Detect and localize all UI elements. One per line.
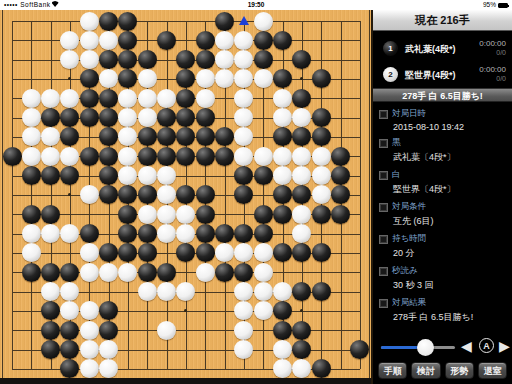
stone-black [60, 127, 79, 146]
info-value: 堅世界〔4段*〕 [373, 182, 512, 198]
stone-black [215, 263, 234, 282]
stone-black [292, 243, 311, 262]
stone-white [60, 50, 79, 69]
stone-black [273, 301, 292, 320]
stone-white [254, 12, 273, 31]
stone-white [80, 12, 99, 31]
info-label-row: 秒読み [373, 262, 512, 278]
stone-white [80, 321, 99, 340]
stone-black [138, 50, 157, 69]
stone-white [22, 127, 41, 146]
stone-white [118, 108, 137, 127]
stone-white [60, 31, 79, 50]
stone-black [138, 243, 157, 262]
stone-black [99, 50, 118, 69]
stone-white [22, 243, 41, 262]
stone-black [118, 50, 137, 69]
stone-white [215, 50, 234, 69]
stone-white [234, 340, 253, 359]
go-app-window: ••••• SoftBank 19:50 95% 現在 216手 1 武礼葉(4… [0, 0, 512, 384]
stone-black [80, 69, 99, 88]
stone-white [80, 185, 99, 204]
stone-white [312, 166, 331, 185]
stone-black [292, 282, 311, 301]
stone-white [196, 89, 215, 108]
stone-black [215, 147, 234, 166]
info-label: 持ち時間 [392, 233, 426, 245]
stone-white [273, 147, 292, 166]
stone-black [99, 89, 118, 108]
stone-white [254, 301, 273, 320]
stone-black [292, 321, 311, 340]
stone-white [234, 147, 253, 166]
stone-black [292, 185, 311, 204]
stone-black [273, 31, 292, 50]
info-label-row: 対局結果 [373, 294, 512, 310]
info-label-row: 黒 [373, 134, 512, 150]
battery-percent: 95% [483, 0, 496, 10]
playback-controls: ◀ A ▶ [373, 332, 512, 362]
stone-white [80, 301, 99, 320]
stone-black [215, 127, 234, 146]
stone-black [157, 31, 176, 50]
stone-white [138, 108, 157, 127]
stone-black [99, 12, 118, 31]
stone-black [234, 224, 253, 243]
stone-white [176, 224, 195, 243]
stone-white [254, 263, 273, 282]
stone-black [80, 224, 99, 243]
stone-white [273, 166, 292, 185]
board-bullet-icon [379, 203, 388, 212]
info-label: 対局条件 [392, 201, 426, 213]
stone-black [60, 108, 79, 127]
stone-black [312, 243, 331, 262]
stone-black [80, 89, 99, 108]
black-player-clock: 0:00:00 0/0 [479, 39, 506, 57]
stone-black [196, 127, 215, 146]
stone-white [22, 147, 41, 166]
stone-black [176, 127, 195, 146]
info-label-row: 対局条件 [373, 198, 512, 214]
stone-black [196, 185, 215, 204]
board-bottom-strip [0, 378, 371, 384]
stone-black [273, 185, 292, 204]
stone-black [157, 147, 176, 166]
stone-black [60, 359, 79, 378]
stone-black [118, 69, 137, 88]
stone-white [60, 301, 79, 320]
stone-black [234, 185, 253, 204]
stone-white [234, 50, 253, 69]
stone-black [60, 166, 79, 185]
stone-black [60, 263, 79, 282]
stone-black [215, 224, 234, 243]
stone-white [41, 147, 60, 166]
stone-black [312, 282, 331, 301]
white-stone-icon: 2 [383, 67, 398, 82]
stone-white [312, 185, 331, 204]
stone-white [99, 69, 118, 88]
stone-white [234, 108, 253, 127]
stone-black [254, 31, 273, 50]
stone-black [196, 243, 215, 262]
stone-black [99, 127, 118, 146]
stone-white [60, 147, 79, 166]
stone-white [80, 340, 99, 359]
stone-black [254, 205, 273, 224]
stone-white [99, 340, 118, 359]
stone-black [176, 69, 195, 88]
stone-white [292, 205, 311, 224]
stone-white [234, 127, 253, 146]
stone-white [99, 263, 118, 282]
go-board[interactable] [0, 10, 371, 384]
stone-black [196, 147, 215, 166]
stone-white [234, 301, 253, 320]
stone-black [41, 321, 60, 340]
info-value: 278手 白 6.5目勝ち! [373, 310, 512, 326]
stone-white [22, 108, 41, 127]
stone-white [138, 282, 157, 301]
stone-white [157, 185, 176, 204]
stone-white [157, 205, 176, 224]
stone-white [80, 50, 99, 69]
stone-white [80, 31, 99, 50]
stone-white [118, 147, 137, 166]
stone-black [196, 108, 215, 127]
move-slider[interactable] [381, 346, 455, 349]
battery-icon [498, 3, 508, 8]
stone-white [292, 224, 311, 243]
stone-white [234, 69, 253, 88]
stone-black [234, 166, 253, 185]
stone-black [99, 301, 118, 320]
info-label: 秒読み [392, 265, 418, 277]
stone-black [292, 89, 311, 108]
stone-black [22, 166, 41, 185]
stone-white [215, 31, 234, 50]
stone-white [292, 108, 311, 127]
stone-black [331, 166, 350, 185]
stone-black [99, 185, 118, 204]
stone-white [118, 127, 137, 146]
stone-white [138, 205, 157, 224]
stone-white [273, 340, 292, 359]
stone-white [41, 89, 60, 108]
stone-black [138, 224, 157, 243]
stone-white [41, 127, 60, 146]
stone-black [138, 127, 157, 146]
stone-black [99, 243, 118, 262]
stone-white [176, 282, 195, 301]
stone-white [60, 282, 79, 301]
stone-white [254, 147, 273, 166]
stone-white [60, 224, 79, 243]
leave-room-button[interactable]: 退室 [478, 362, 507, 379]
stone-black [292, 127, 311, 146]
stone-black [234, 263, 253, 282]
stone-black [118, 185, 137, 204]
sidebar-button-row: 手順検討形勢退室 [373, 362, 512, 379]
stone-black [254, 166, 273, 185]
stone-black [60, 340, 79, 359]
stone-white [157, 166, 176, 185]
stone-white [273, 108, 292, 127]
stone-black [254, 50, 273, 69]
stone-white [138, 69, 157, 88]
stone-black [99, 108, 118, 127]
stone-black [312, 359, 331, 378]
stone-black [80, 147, 99, 166]
stone-black [312, 205, 331, 224]
stone-black [273, 69, 292, 88]
stone-white [80, 359, 99, 378]
board-left-edge [2, 10, 3, 384]
stone-black [292, 340, 311, 359]
player-row-black: 1 武礼葉(4段*) 0:00:00 0/0 [373, 36, 512, 61]
stone-black [196, 205, 215, 224]
stone-black [196, 224, 215, 243]
stone-white [215, 69, 234, 88]
game-info-list: 対局日時2015-08-10 19:42黒武礼葉〔4段*〕白堅世界〔4段*〕対局… [373, 105, 512, 326]
stone-white [292, 359, 311, 378]
stone-white [157, 282, 176, 301]
stone-white [118, 166, 137, 185]
stone-black [331, 185, 350, 204]
stone-black [273, 127, 292, 146]
info-value: 20 分 [373, 246, 512, 262]
stone-black [41, 108, 60, 127]
stone-white [312, 147, 331, 166]
board-right-edge [369, 10, 370, 384]
stone-white [157, 321, 176, 340]
stone-white [273, 282, 292, 301]
stone-black [196, 50, 215, 69]
stone-white [273, 359, 292, 378]
game-info-sidebar: 現在 216手 1 武礼葉(4段*) 0:00:00 0/0 2 堅世界(4段*… [371, 10, 512, 384]
move-slider-knob[interactable] [417, 339, 434, 356]
review-button[interactable]: 検討 [411, 362, 440, 379]
info-label-row: 持ち時間 [373, 230, 512, 246]
stone-black [22, 263, 41, 282]
stone-white [157, 224, 176, 243]
stone-black [273, 321, 292, 340]
stone-black [80, 108, 99, 127]
stone-white [80, 243, 99, 262]
stone-black [118, 12, 137, 31]
stone-black [176, 147, 195, 166]
stone-black [118, 224, 137, 243]
stone-black [176, 50, 195, 69]
stone-black [138, 263, 157, 282]
stone-black [331, 147, 350, 166]
stone-black [41, 301, 60, 320]
stone-white [254, 282, 273, 301]
last-move-triangle-marker [239, 16, 249, 25]
stone-black [3, 147, 22, 166]
info-label: 黒 [392, 137, 401, 149]
clock-label: 19:50 [0, 0, 512, 10]
info-value: 武礼葉〔4段*〕 [373, 150, 512, 166]
stone-black [41, 205, 60, 224]
stone-white [234, 89, 253, 108]
stone-white [138, 89, 157, 108]
info-label-row: 対局日時 [373, 105, 512, 121]
white-player-name: 堅世界(4段*) [405, 69, 456, 82]
status-bar: ••••• SoftBank 19:50 95% [0, 0, 512, 10]
stone-white [99, 359, 118, 378]
stone-black [41, 166, 60, 185]
stone-black [138, 147, 157, 166]
autoplay-button[interactable]: A [479, 338, 494, 353]
stone-black [273, 205, 292, 224]
stone-black [99, 147, 118, 166]
moves-button[interactable]: 手順 [378, 362, 407, 379]
stone-white [138, 166, 157, 185]
territory-button[interactable]: 形勢 [445, 362, 474, 379]
stone-white [234, 243, 253, 262]
stone-white [254, 243, 273, 262]
stone-white [254, 69, 273, 88]
info-value: 互先 (6目) [373, 214, 512, 230]
stone-white [22, 89, 41, 108]
stone-black [176, 89, 195, 108]
stone-white [273, 89, 292, 108]
black-player-name: 武礼葉(4段*) [405, 43, 456, 56]
stone-white [196, 69, 215, 88]
stone-black [312, 127, 331, 146]
stone-white [118, 89, 137, 108]
board-bullet-icon [379, 299, 388, 308]
stone-white [60, 89, 79, 108]
stone-white [292, 147, 311, 166]
stone-black [157, 263, 176, 282]
stone-black [157, 108, 176, 127]
result-banner: 278手 白 6.5目勝ち! [373, 88, 512, 102]
stone-white [99, 31, 118, 50]
info-value: 30 秒 3 回 [373, 278, 512, 294]
stone-black [118, 205, 137, 224]
stone-black [22, 205, 41, 224]
stone-black [99, 321, 118, 340]
info-label: 対局日時 [392, 108, 426, 120]
stone-white [196, 263, 215, 282]
stone-black [196, 31, 215, 50]
stone-black [292, 50, 311, 69]
stone-white [22, 224, 41, 243]
stone-black [176, 185, 195, 204]
stone-black [331, 205, 350, 224]
stone-black [176, 243, 195, 262]
next-move-button[interactable]: ▶ [499, 336, 510, 356]
stone-black [99, 166, 118, 185]
stone-white [41, 224, 60, 243]
board-bullet-icon [379, 267, 388, 276]
stone-black [118, 31, 137, 50]
stone-white [80, 263, 99, 282]
stone-black [254, 224, 273, 243]
current-move-header: 現在 216手 [373, 10, 512, 31]
stone-white [41, 282, 60, 301]
stone-black [215, 12, 234, 31]
stone-black [157, 127, 176, 146]
stone-white [292, 166, 311, 185]
prev-move-button[interactable]: ◀ [461, 336, 472, 356]
stone-black [350, 340, 369, 359]
stone-black [312, 108, 331, 127]
stone-black [41, 340, 60, 359]
info-label-row: 白 [373, 166, 512, 182]
stone-black [138, 185, 157, 204]
grid-line-v [360, 21, 361, 369]
stone-white [157, 89, 176, 108]
board-bullet-icon [379, 235, 388, 244]
white-player-clock: 0:00:00 0/0 [479, 65, 506, 83]
stone-white [215, 243, 234, 262]
stone-black [176, 108, 195, 127]
board-bullet-icon [379, 139, 388, 148]
info-label: 対局結果 [392, 297, 426, 309]
info-value: 2015-08-10 19:42 [373, 121, 512, 134]
stone-white [176, 205, 195, 224]
board-bullet-icon [379, 110, 388, 119]
stone-black [312, 69, 331, 88]
stone-white [234, 31, 253, 50]
stone-black [273, 243, 292, 262]
board-bullet-icon [379, 171, 388, 180]
stone-white [234, 321, 253, 340]
stone-black [60, 321, 79, 340]
stone-white [118, 263, 137, 282]
player-row-white: 2 堅世界(4段*) 0:00:00 0/0 [373, 62, 512, 87]
stone-black [118, 243, 137, 262]
stone-white [234, 282, 253, 301]
black-stone-icon: 1 [383, 41, 398, 56]
info-label: 白 [392, 169, 401, 181]
stone-black [41, 263, 60, 282]
